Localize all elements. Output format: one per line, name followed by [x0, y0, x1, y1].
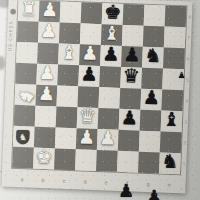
square-g6[interactable]: ♞ — [142, 47, 164, 69]
square-g3[interactable] — [140, 110, 162, 132]
square-g4[interactable]: ♟ — [140, 89, 162, 111]
square-e2[interactable]: ♟ — [97, 129, 119, 151]
rank-label-7: 7 — [187, 27, 190, 48]
rank-label-4: 4 — [185, 90, 188, 111]
square-e4[interactable] — [98, 87, 120, 109]
square-c3[interactable] — [56, 106, 78, 128]
square-e6[interactable]: ♟ — [100, 45, 122, 67]
black-knight-h1[interactable]: ♞ — [161, 151, 179, 173]
square-b3[interactable] — [35, 106, 57, 128]
white-rook-a8[interactable]: ♜ — [20, 0, 38, 20]
square-c2[interactable] — [55, 127, 77, 149]
file-label-c: c — [54, 177, 75, 184]
black-king-e8[interactable]: ♚ — [104, 1, 122, 23]
square-c4[interactable] — [56, 85, 78, 107]
square-h1[interactable]: ♞ — [159, 152, 181, 174]
square-c6[interactable]: ♝ — [58, 44, 80, 66]
square-f8[interactable] — [123, 4, 145, 26]
file-label-b: b — [33, 177, 54, 184]
brand-circle-logo — [10, 9, 16, 15]
black-pawn-f6[interactable]: ♟ — [123, 44, 141, 66]
file-label-a: a — [12, 176, 33, 183]
square-a3[interactable] — [14, 105, 36, 127]
captured-black-piece[interactable]: ♟ — [146, 186, 162, 200]
white-pawn-d6[interactable]: ♟ — [81, 42, 99, 64]
square-b4[interactable]: ♟ — [36, 85, 58, 107]
file-label-d: d — [75, 178, 96, 185]
square-a7[interactable] — [17, 21, 39, 43]
black-pawn-f3[interactable]: ♟ — [121, 107, 139, 129]
square-d5[interactable]: ♟ — [78, 65, 100, 87]
square-h3[interactable]: ♝ — [161, 110, 183, 132]
square-f1[interactable] — [117, 151, 139, 173]
rank-label-1: 1 — [182, 153, 185, 174]
captured-black-piece[interactable]: ♟ — [118, 180, 134, 200]
square-h7[interactable] — [164, 27, 186, 49]
board-brand-text: US CHESS — [8, 21, 14, 52]
captured-black-piece[interactable]: ♟ — [178, 71, 185, 80]
square-d1[interactable] — [75, 149, 97, 171]
square-a5[interactable] — [15, 63, 37, 85]
square-g1[interactable] — [138, 152, 160, 174]
white-pawn-b4[interactable]: ♟ — [38, 83, 56, 105]
file-label-e: e — [96, 179, 117, 186]
white-pawn-b7[interactable]: ♟ — [40, 20, 58, 42]
rank-label-5: 5 — [186, 69, 189, 90]
rank-label-8: 8 — [188, 6, 191, 27]
square-g8[interactable] — [144, 5, 166, 27]
square-c1[interactable] — [54, 148, 76, 170]
black-pawn-g4[interactable]: ♟ — [142, 87, 160, 109]
square-e1[interactable] — [96, 150, 118, 172]
square-g2[interactable] — [139, 131, 161, 153]
square-a8[interactable]: ♜ — [18, 0, 40, 22]
square-c5[interactable] — [57, 64, 79, 86]
black-queen-f5[interactable]: ♛ — [122, 65, 140, 87]
square-f5[interactable]: ♛ — [120, 67, 142, 89]
chess-board: US CHESS ♜♟♚♟♝♝♟♟♟♞♟♟♛♞♟♟♛♟♝♞♟♟♚♞ abcdef… — [1, 0, 192, 193]
square-d2[interactable]: ♟ — [76, 128, 98, 150]
black-bishop-h3[interactable]: ♝ — [163, 109, 181, 131]
white-pawn-e2[interactable]: ♟ — [99, 127, 117, 149]
square-h8[interactable] — [165, 6, 187, 28]
square-e5[interactable] — [99, 66, 121, 88]
white-bishop-c6[interactable]: ♝ — [60, 42, 78, 64]
white-queen-d3[interactable]: ♛ — [79, 105, 97, 127]
white-pawn-b8[interactable]: ♟ — [41, 0, 59, 20]
table-smudge — [0, 56, 5, 70]
square-d8[interactable] — [81, 2, 103, 24]
black-pawn-d5[interactable]: ♟ — [80, 63, 98, 85]
square-b1[interactable]: ♚ — [33, 148, 55, 170]
square-h6[interactable] — [163, 48, 185, 70]
board-grid: ♜♟♚♟♝♝♟♟♟♞♟♟♛♞♟♟♛♟♝♞♟♟♚♞ — [12, 0, 186, 174]
square-c8[interactable] — [60, 2, 82, 24]
rank-label-2: 2 — [183, 132, 186, 153]
square-f3[interactable]: ♟ — [119, 109, 141, 131]
square-a4[interactable]: ♞ — [15, 84, 37, 106]
square-a2[interactable]: ♞ — [13, 126, 35, 148]
photo-scene: US CHESS ♜♟♚♟♝♝♟♟♟♞♟♟♛♞♟♟♛♟♝♞♟♟♚♞ abcdef… — [0, 0, 200, 200]
white-pawn-d2[interactable]: ♟ — [78, 126, 96, 148]
white-king-b1[interactable]: ♚ — [35, 146, 53, 168]
black-knight-g6[interactable]: ♞ — [144, 45, 162, 67]
knight-shield-logo: ♞ — [16, 130, 30, 144]
white-pawn-b5[interactable]: ♟ — [38, 62, 56, 84]
square-a6[interactable] — [16, 42, 38, 64]
black-pawn-e6[interactable]: ♟ — [102, 43, 120, 65]
square-a1[interactable] — [12, 147, 34, 169]
rank-label-6: 6 — [186, 48, 189, 69]
square-f2[interactable] — [118, 130, 140, 152]
rank-label-3: 3 — [184, 111, 187, 132]
white-bishop-e7[interactable]: ♝ — [103, 22, 121, 44]
square-b7[interactable]: ♟ — [38, 22, 60, 44]
